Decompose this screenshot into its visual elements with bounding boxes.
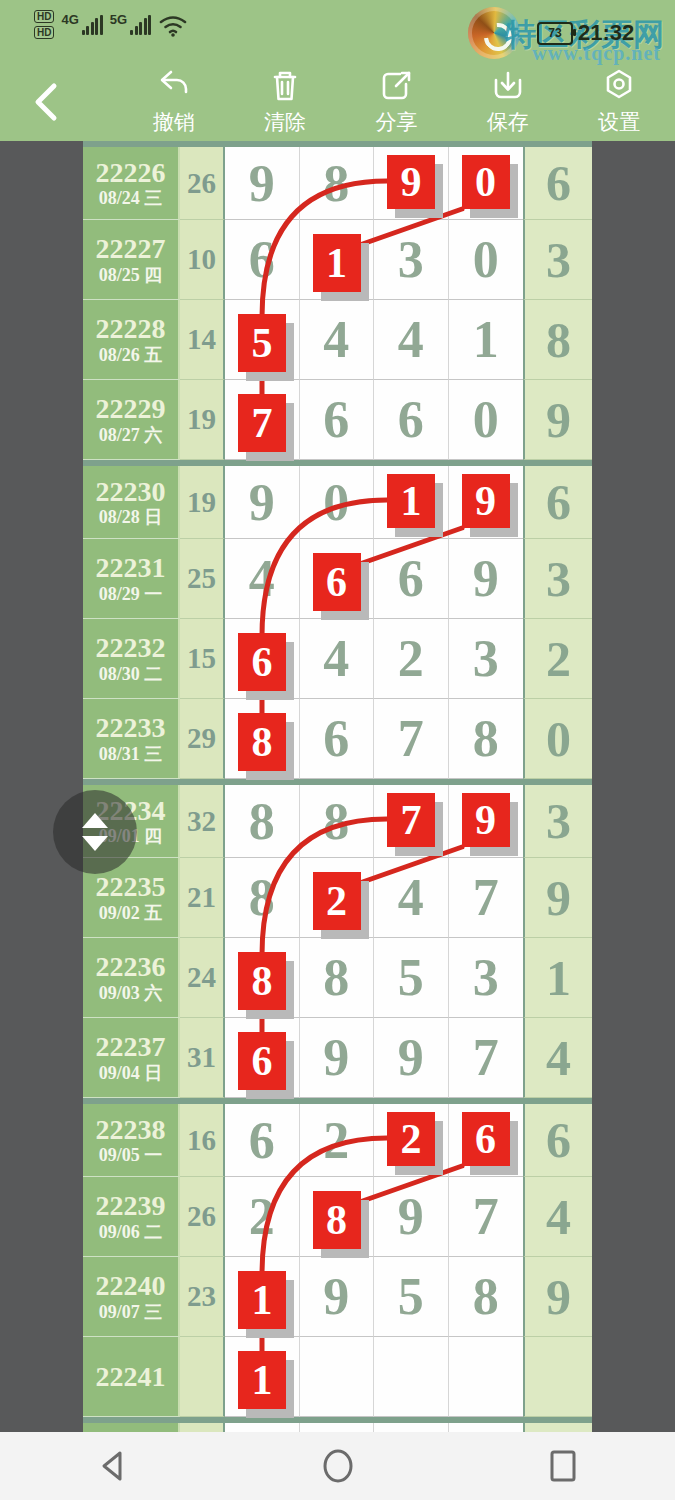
settings-label: 设置	[598, 110, 640, 134]
red-marked-digit[interactable]: 2	[387, 1112, 435, 1166]
sum-cell: 25	[180, 539, 225, 619]
nav-back-button[interactable]	[0, 1448, 225, 1484]
digit-cell[interactable]: 6	[374, 380, 449, 460]
digit-cell[interactable]: 6	[225, 1104, 300, 1177]
fifth-digit-cell	[523, 1337, 592, 1417]
sum-cell: 21	[180, 858, 225, 938]
red-marked-digit[interactable]: 9	[387, 155, 435, 209]
digit-cell[interactable]	[449, 1337, 524, 1417]
toolbar-buttons: 撤销 清除 分享 保存	[118, 58, 675, 141]
red-marked-digit[interactable]: 2	[313, 872, 361, 930]
digit-cell[interactable]: 8	[449, 1257, 524, 1337]
period-number: 22240	[96, 1271, 166, 1300]
draw-row-22236: 2223609/03 六248531	[83, 938, 592, 1018]
fifth-digit-cell: 9	[523, 380, 592, 460]
status-left-cluster: HD HD 4G 5G	[34, 10, 188, 39]
undo-button[interactable]: 撤销	[129, 58, 219, 141]
sum-cell: 32	[180, 785, 225, 858]
digit-cell[interactable]: 5	[374, 1257, 449, 1337]
draw-date: 09/03 六	[99, 984, 163, 1003]
period-number: 22233	[96, 713, 166, 742]
fifth-digit-cell: 6	[523, 1104, 592, 1177]
draw-date: 09/07 三	[99, 1303, 163, 1322]
digit-cell[interactable]: 8	[449, 699, 524, 779]
digit-cell[interactable]: 9	[449, 539, 524, 619]
sum-cell: 31	[180, 1018, 225, 1098]
digit-cell[interactable]: 2	[300, 1104, 375, 1177]
digit-cell[interactable]: 9	[300, 1257, 375, 1337]
phone-screen: HD HD 4G 5G 特区彩票网 www.tqcp.net 73 21:32	[0, 0, 675, 1500]
android-nav-bar	[0, 1432, 675, 1500]
digit-cell[interactable]: 7	[374, 699, 449, 779]
digit-cell[interactable]: 9	[374, 1018, 449, 1098]
digit-cell	[225, 1423, 300, 1432]
digit-cell	[300, 1423, 375, 1432]
signal-bars-5g-icon: 5G	[110, 15, 151, 35]
red-marked-digit[interactable]: 9	[462, 474, 510, 528]
red-marked-digit[interactable]: 6	[238, 633, 286, 691]
digit-cell[interactable]: 4	[225, 539, 300, 619]
digit-cell[interactable]: 6	[300, 699, 375, 779]
period-cell: 2223308/31 三	[83, 699, 180, 779]
nav-home-button[interactable]	[225, 1448, 450, 1484]
settings-button[interactable]: 设置	[574, 58, 664, 141]
digit-cell[interactable]: 4	[374, 858, 449, 938]
draw-row-22240: 2224009/07 三239589	[83, 1257, 592, 1337]
sum-cell: 29	[180, 699, 225, 779]
draw-row-22233: 2223308/31 三296780	[83, 699, 592, 779]
digit-cell[interactable]: 7	[449, 1177, 524, 1257]
nav-back-icon	[95, 1448, 131, 1484]
fifth-digit-cell: 9	[523, 1257, 592, 1337]
fifth-digit-cell: 4	[523, 1177, 592, 1257]
digit-cell[interactable]: 0	[449, 220, 524, 300]
period-cell: 2222908/27 六	[83, 380, 180, 460]
red-marked-digit[interactable]: 7	[238, 394, 286, 452]
share-icon	[376, 66, 416, 106]
period-cell: 2224009/07 三	[83, 1257, 180, 1337]
draw-row-22238: 2223809/05 一16626	[83, 1104, 592, 1177]
fifth-digit-cell: 3	[523, 785, 592, 858]
fifth-digit-cell: 8	[523, 300, 592, 380]
wifi-icon	[158, 12, 188, 38]
sum-cell: 23	[180, 1257, 225, 1337]
digit-cell[interactable]: 9	[300, 1018, 375, 1098]
settings-icon	[599, 66, 639, 106]
period-number: 22230	[96, 477, 166, 506]
undo-icon	[154, 66, 194, 106]
signal-bars-4g-icon: 4G	[61, 15, 102, 35]
period-cell: 22241	[83, 1337, 180, 1417]
draw-date: 08/28 日	[99, 508, 163, 527]
draw-row-22229: 2222908/27 六196609	[83, 380, 592, 460]
digit-cell[interactable]: 9	[225, 466, 300, 539]
digit-cell[interactable]: 3	[374, 220, 449, 300]
sum-cell: 19	[180, 466, 225, 539]
period-number: 22237	[96, 1032, 166, 1061]
draw-date: 08/29 一	[99, 585, 163, 604]
digit-cell[interactable]: 4	[300, 300, 375, 380]
sum-cell: 14	[180, 300, 225, 380]
digit-cell[interactable]: 6	[225, 220, 300, 300]
digit-cell[interactable]: 0	[449, 380, 524, 460]
sum-cell	[180, 1337, 225, 1417]
draw-date: 08/26 五	[99, 346, 163, 365]
draw-date: 09/05 一	[99, 1146, 163, 1165]
period-number: 22231	[96, 553, 166, 582]
period-number: 22228	[96, 314, 166, 343]
period-number: 22236	[96, 952, 166, 981]
trend-chart: 2222608/24 三269862222708/25 四10630322228…	[0, 141, 675, 1432]
digit-cell[interactable]: 4	[374, 300, 449, 380]
draw-date: 08/30 二	[99, 665, 163, 684]
fifth-digit-cell: 3	[523, 220, 592, 300]
fifth-digit-cell	[523, 1423, 592, 1432]
period-cell: 2222608/24 三	[83, 147, 180, 220]
save-button[interactable]: 保存	[463, 58, 553, 141]
draw-row-22228: 2222808/26 五144418	[83, 300, 592, 380]
digit-cell[interactable]: 2	[225, 1177, 300, 1257]
period-cell: 2223008/28 日	[83, 466, 180, 539]
draw-row-22234: 2223409/01 四32883	[83, 785, 592, 858]
digit-cell[interactable]: 8	[225, 785, 300, 858]
digit-cell[interactable]: 6	[300, 380, 375, 460]
digit-cell[interactable]: 1	[449, 300, 524, 380]
save-label: 保存	[487, 110, 529, 134]
period-number: 22238	[96, 1115, 166, 1144]
sum-cell: 19	[180, 380, 225, 460]
draw-date: 09/02 五	[99, 904, 163, 923]
fifth-digit-cell: 1	[523, 938, 592, 1018]
red-marked-digit[interactable]: 1	[238, 1351, 286, 1409]
clear-label: 清除	[264, 110, 306, 134]
sum-cell: 16	[180, 1104, 225, 1177]
period-number: 22235	[96, 872, 166, 901]
period-cell: 2223208/30 二	[83, 619, 180, 699]
nav-home-icon	[320, 1448, 356, 1484]
period-cell: 2223809/05 一	[83, 1104, 180, 1177]
digit-cell[interactable]: 5	[374, 938, 449, 1018]
sum-cell: 10	[180, 220, 225, 300]
period-cell: 2222708/25 四	[83, 220, 180, 300]
red-marked-digit[interactable]: 6	[238, 1032, 286, 1090]
nav-recents-icon	[545, 1448, 581, 1484]
period-cell: 2223909/06 二	[83, 1177, 180, 1257]
triangle-up-icon	[82, 813, 108, 828]
digit-cell[interactable]: 8	[225, 858, 300, 938]
period-number: 22232	[96, 633, 166, 662]
draw-date: 08/31 三	[99, 745, 163, 764]
sum-cell: 26	[180, 1177, 225, 1257]
red-marked-digit[interactable]: 8	[313, 1191, 361, 1249]
digit-cell[interactable]: 9	[374, 1177, 449, 1257]
draw-date: 09/06 二	[99, 1223, 163, 1242]
draw-date: 08/25 四	[99, 266, 163, 285]
draw-date: 08/24 三	[99, 189, 163, 208]
fifth-digit-cell: 0	[523, 699, 592, 779]
status-time: 21:32	[578, 20, 634, 46]
period-cell	[83, 1423, 180, 1432]
digit-cell[interactable]: 7	[449, 858, 524, 938]
red-marked-digit[interactable]: 1	[313, 234, 361, 292]
period-cell: 2223108/29 一	[83, 539, 180, 619]
left-dark-margin	[0, 141, 83, 1432]
digit-cell[interactable]: 8	[300, 785, 375, 858]
red-marked-digit[interactable]: 5	[238, 314, 286, 372]
period-cell: 2223709/04 日	[83, 1018, 180, 1098]
back-chevron-icon[interactable]	[28, 80, 64, 124]
red-marked-digit[interactable]: 9	[462, 793, 510, 847]
period-cell: 2222808/26 五	[83, 300, 180, 380]
digit-cell[interactable]: 7	[449, 1018, 524, 1098]
triangle-down-icon	[82, 836, 108, 851]
toolbar: 撤销 清除 分享 保存	[0, 58, 675, 141]
digit-cell[interactable]: 4	[300, 619, 375, 699]
status-bar: HD HD 4G 5G 特区彩票网 www.tqcp.net 73 21:32	[0, 0, 675, 58]
digit-cell[interactable]: 8	[300, 938, 375, 1018]
fifth-digit-cell: 4	[523, 1018, 592, 1098]
period-number: 22227	[96, 234, 166, 263]
period-number: 22229	[96, 394, 166, 423]
partial-next-row	[83, 1423, 592, 1432]
save-icon	[488, 66, 528, 106]
fifth-digit-cell: 3	[523, 539, 592, 619]
draw-date: 08/27 六	[99, 426, 163, 445]
share-button[interactable]: 分享	[351, 58, 441, 141]
digit-cell	[449, 1423, 524, 1432]
draw-row-22232: 2223208/30 二154232	[83, 619, 592, 699]
digit-cell[interactable]: 8	[300, 147, 375, 220]
red-marked-digit[interactable]: 6	[313, 553, 361, 611]
red-marked-digit[interactable]: 0	[462, 155, 510, 209]
draw-row-22230: 2223008/28 日19906	[83, 466, 592, 539]
undo-label: 撤销	[153, 110, 195, 134]
sum-cell	[180, 1423, 225, 1432]
draw-row-22226: 2222608/24 三26986	[83, 147, 592, 220]
fifth-digit-cell: 9	[523, 858, 592, 938]
sum-cell: 26	[180, 147, 225, 220]
hd-voice-icon: HD HD	[34, 10, 54, 39]
period-number: 22241	[96, 1362, 166, 1391]
battery-icon: 73	[537, 22, 573, 45]
period-number: 22226	[96, 158, 166, 187]
digit-cell[interactable]: 0	[300, 466, 375, 539]
digit-cell[interactable]	[300, 1337, 375, 1417]
digit-cell	[374, 1423, 449, 1432]
digit-cell[interactable]: 9	[225, 147, 300, 220]
fifth-digit-cell: 2	[523, 619, 592, 699]
fifth-digit-cell: 6	[523, 466, 592, 539]
digit-cell[interactable]: 3	[449, 938, 524, 1018]
digit-cell[interactable]	[374, 1337, 449, 1417]
draw-row-22237: 2223709/04 日319974	[83, 1018, 592, 1098]
digit-cell[interactable]: 6	[374, 539, 449, 619]
period-number: 22239	[96, 1191, 166, 1220]
right-dark-margin	[592, 141, 675, 1432]
red-marked-digit[interactable]: 6	[462, 1112, 510, 1166]
trash-icon	[265, 66, 305, 106]
red-marked-digit[interactable]: 8	[238, 713, 286, 771]
fifth-digit-cell: 6	[523, 147, 592, 220]
sum-cell: 24	[180, 938, 225, 1018]
digit-cell[interactable]: 3	[449, 619, 524, 699]
scroll-drag-handle[interactable]	[53, 790, 137, 874]
share-label: 分享	[375, 110, 417, 134]
red-marked-digit[interactable]: 1	[238, 1271, 286, 1329]
draw-row-22241: 22241	[83, 1337, 592, 1417]
period-cell: 2223609/03 六	[83, 938, 180, 1018]
red-marked-digit[interactable]: 8	[238, 952, 286, 1010]
draw-date: 09/04 日	[99, 1064, 163, 1083]
clear-button[interactable]: 清除	[240, 58, 330, 141]
red-marked-digit[interactable]: 7	[387, 793, 435, 847]
red-marked-digit[interactable]: 1	[387, 474, 435, 528]
sum-cell: 15	[180, 619, 225, 699]
digit-cell[interactable]: 2	[374, 619, 449, 699]
nav-recents-button[interactable]	[450, 1448, 675, 1484]
